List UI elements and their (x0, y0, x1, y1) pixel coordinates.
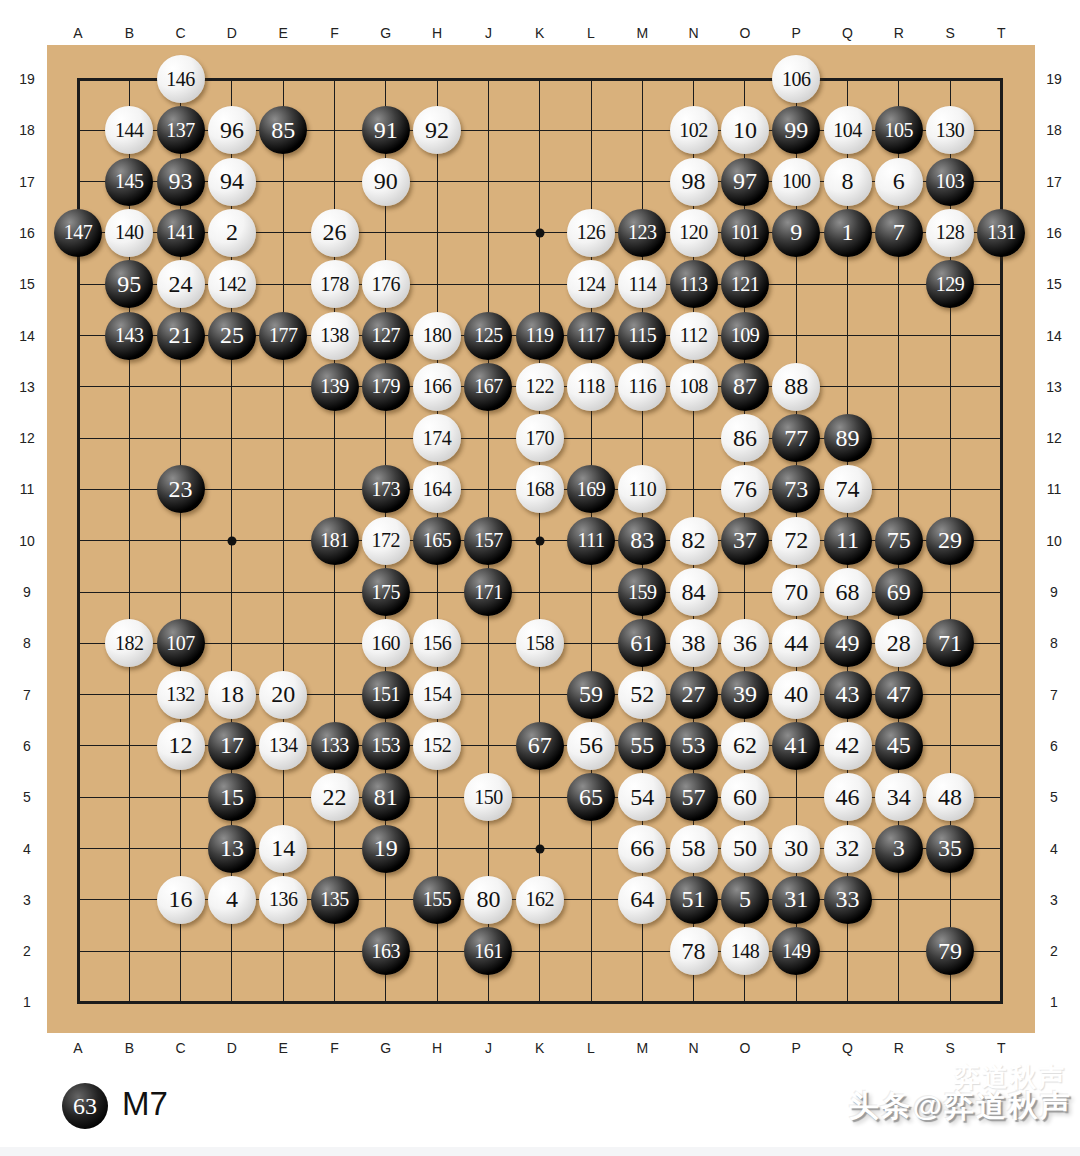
stone-black-L7: 59 (567, 671, 615, 719)
stone-black-S4: 35 (926, 825, 974, 873)
stone-white-L6: 56 (567, 722, 615, 770)
stone-black-L14: 117 (567, 312, 615, 360)
coord-bottom-E: E (279, 1040, 288, 1056)
stone-white-D16: 2 (208, 209, 256, 257)
stone-white-P7: 40 (772, 671, 820, 719)
stone-white-B18: 144 (105, 106, 153, 154)
coord-top-C: C (176, 25, 186, 41)
stone-black-H10: 165 (413, 517, 461, 565)
coord-bottom-R: R (894, 1040, 904, 1056)
stone-white-N4: 58 (670, 825, 718, 873)
stone-black-G6: 153 (362, 722, 410, 770)
stone-white-G10: 172 (362, 517, 410, 565)
stone-black-K6: 67 (516, 722, 564, 770)
stone-white-Q4: 32 (824, 825, 872, 873)
stone-white-K11: 168 (516, 465, 564, 513)
coord-bottom-H: H (432, 1040, 442, 1056)
coord-top-F: F (330, 25, 339, 41)
stone-black-H3: 155 (413, 876, 461, 924)
coord-right-3: 3 (1050, 892, 1058, 908)
stone-black-Q7: 43 (824, 671, 872, 719)
stone-white-M13: 116 (618, 363, 666, 411)
stone-white-R8: 28 (875, 619, 923, 667)
stone-white-L13: 118 (567, 363, 615, 411)
coord-top-R: R (894, 25, 904, 41)
stone-white-P9: 70 (772, 568, 820, 616)
stone-white-O4: 50 (721, 825, 769, 873)
stone-black-S15: 129 (926, 260, 974, 308)
stone-black-O17: 97 (721, 158, 769, 206)
coord-left-7: 7 (23, 687, 31, 703)
stone-black-L5: 65 (567, 773, 615, 821)
star-point-K4 (535, 844, 544, 853)
stone-black-T16: 131 (977, 209, 1025, 257)
stone-white-O18: 10 (721, 106, 769, 154)
coord-bottom-L: L (587, 1040, 595, 1056)
coord-left-19: 19 (19, 71, 35, 87)
stone-black-S10: 29 (926, 517, 974, 565)
stone-black-M10: 83 (618, 517, 666, 565)
stone-black-B15: 95 (105, 260, 153, 308)
stone-white-F16: 26 (311, 209, 359, 257)
stone-black-O14: 109 (721, 312, 769, 360)
stone-white-C19: 146 (157, 55, 205, 103)
stone-black-P2: 149 (772, 927, 820, 975)
stone-black-D4: 13 (208, 825, 256, 873)
stone-black-O15: 121 (721, 260, 769, 308)
stone-white-S18: 130 (926, 106, 974, 154)
stone-white-Q5: 46 (824, 773, 872, 821)
stone-black-Q8: 49 (824, 619, 872, 667)
stone-black-M14: 115 (618, 312, 666, 360)
stone-black-S8: 71 (926, 619, 974, 667)
stone-white-O8: 36 (721, 619, 769, 667)
stone-black-O13: 87 (721, 363, 769, 411)
stone-white-G8: 160 (362, 619, 410, 667)
stone-black-J10: 157 (464, 517, 512, 565)
grid-line-h (77, 951, 1003, 952)
stone-white-O6: 62 (721, 722, 769, 770)
coord-top-P: P (792, 25, 801, 41)
stone-white-O5: 60 (721, 773, 769, 821)
coord-bottom-O: O (739, 1040, 750, 1056)
stone-white-Q9: 68 (824, 568, 872, 616)
coord-top-T: T (997, 25, 1006, 41)
stone-black-E14: 177 (259, 312, 307, 360)
stone-white-J3: 80 (464, 876, 512, 924)
go-board: AABBCCDDEEFFGGHHJJKKLLMMNNOOPPQQRRSSTT19… (0, 0, 1080, 1156)
stone-black-P18: 99 (772, 106, 820, 154)
coord-top-N: N (689, 25, 699, 41)
stone-white-H7: 154 (413, 671, 461, 719)
stone-white-M3: 64 (618, 876, 666, 924)
coord-left-15: 15 (19, 276, 35, 292)
coord-bottom-K: K (535, 1040, 544, 1056)
stone-white-L16: 126 (567, 209, 615, 257)
stone-black-N6: 53 (670, 722, 718, 770)
stone-black-A16: 147 (54, 209, 102, 257)
stone-white-N18: 102 (670, 106, 718, 154)
coord-right-10: 10 (1046, 533, 1062, 549)
stone-black-F13: 139 (311, 363, 359, 411)
stone-white-C3: 16 (157, 876, 205, 924)
coord-left-11: 11 (20, 481, 35, 497)
stone-black-F3: 135 (311, 876, 359, 924)
stone-white-N9: 84 (670, 568, 718, 616)
stone-white-H12: 174 (413, 414, 461, 462)
coord-top-B: B (125, 25, 134, 41)
coord-top-Q: Q (842, 25, 853, 41)
stone-black-J9: 171 (464, 568, 512, 616)
stone-white-K13: 122 (516, 363, 564, 411)
stone-black-C17: 93 (157, 158, 205, 206)
stone-white-Q18: 104 (824, 106, 872, 154)
stone-white-B16: 140 (105, 209, 153, 257)
coord-left-1: 1 (23, 994, 31, 1010)
coord-left-18: 18 (19, 122, 35, 138)
stone-black-G11: 173 (362, 465, 410, 513)
stone-white-E7: 20 (259, 671, 307, 719)
stone-black-S2: 79 (926, 927, 974, 975)
coord-bottom-D: D (227, 1040, 237, 1056)
stone-white-G15: 176 (362, 260, 410, 308)
stone-black-O16: 101 (721, 209, 769, 257)
stone-white-O11: 76 (721, 465, 769, 513)
stone-white-S16: 128 (926, 209, 974, 257)
stone-black-D5: 15 (208, 773, 256, 821)
grid-line-h (77, 1001, 1003, 1004)
stone-white-K8: 158 (516, 619, 564, 667)
stone-black-R10: 75 (875, 517, 923, 565)
coord-left-2: 2 (23, 943, 31, 959)
stone-black-Q10: 11 (824, 517, 872, 565)
coord-bottom-B: B (125, 1040, 134, 1056)
coord-right-8: 8 (1050, 635, 1058, 651)
stone-white-Q11: 74 (824, 465, 872, 513)
coord-bottom-N: N (689, 1040, 699, 1056)
coord-left-5: 5 (23, 789, 31, 805)
coord-top-J: J (485, 25, 492, 41)
stone-black-R16: 7 (875, 209, 923, 257)
stone-white-P4: 30 (772, 825, 820, 873)
coord-bottom-C: C (176, 1040, 186, 1056)
stone-black-L11: 169 (567, 465, 615, 513)
stone-black-P6: 41 (772, 722, 820, 770)
star-point-K10 (535, 536, 544, 545)
stone-black-S17: 103 (926, 158, 974, 206)
stone-white-R5: 34 (875, 773, 923, 821)
coord-bottom-S: S (945, 1040, 954, 1056)
caption-location: M7 (122, 1085, 168, 1123)
coord-top-G: G (380, 25, 391, 41)
stone-white-J5: 150 (464, 773, 512, 821)
coord-left-13: 13 (19, 379, 35, 395)
coord-right-1: 1 (1050, 994, 1058, 1010)
coord-right-18: 18 (1046, 122, 1062, 138)
stone-black-K14: 119 (516, 312, 564, 360)
coord-top-K: K (535, 25, 544, 41)
stone-black-C18: 137 (157, 106, 205, 154)
stone-white-P10: 72 (772, 517, 820, 565)
coord-left-3: 3 (23, 892, 31, 908)
stone-black-N15: 113 (670, 260, 718, 308)
stone-black-G2: 163 (362, 927, 410, 975)
stone-white-H14: 180 (413, 312, 461, 360)
stone-white-N16: 120 (670, 209, 718, 257)
stone-white-C7: 132 (157, 671, 205, 719)
stone-white-G17: 90 (362, 158, 410, 206)
coord-right-14: 14 (1046, 328, 1062, 344)
coord-right-7: 7 (1050, 687, 1058, 703)
stone-white-B8: 182 (105, 619, 153, 667)
stone-black-D14: 25 (208, 312, 256, 360)
stone-white-C15: 24 (157, 260, 205, 308)
stone-white-Q17: 8 (824, 158, 872, 206)
caption-black-stone: 63 (62, 1083, 108, 1129)
stone-white-H13: 166 (413, 363, 461, 411)
stone-black-M16: 123 (618, 209, 666, 257)
stone-white-D7: 18 (208, 671, 256, 719)
stone-black-Q16: 1 (824, 209, 872, 257)
stone-black-G5: 81 (362, 773, 410, 821)
stone-white-C6: 12 (157, 722, 205, 770)
coord-top-S: S (945, 25, 954, 41)
stone-white-M11: 110 (618, 465, 666, 513)
stone-black-Q3: 33 (824, 876, 872, 924)
coord-left-8: 8 (23, 635, 31, 651)
stone-black-G4: 19 (362, 825, 410, 873)
stone-black-G14: 127 (362, 312, 410, 360)
coord-right-19: 19 (1046, 71, 1062, 87)
coord-right-2: 2 (1050, 943, 1058, 959)
stone-white-P8: 44 (772, 619, 820, 667)
stone-white-H11: 164 (413, 465, 461, 513)
stone-white-M4: 66 (618, 825, 666, 873)
footer-strip (0, 1147, 1080, 1156)
coord-left-10: 10 (19, 533, 35, 549)
stone-black-F10: 181 (311, 517, 359, 565)
stone-black-G13: 179 (362, 363, 410, 411)
stone-white-F15: 178 (311, 260, 359, 308)
stone-black-P12: 77 (772, 414, 820, 462)
stone-black-J2: 161 (464, 927, 512, 975)
coord-right-13: 13 (1046, 379, 1062, 395)
stone-black-G7: 151 (362, 671, 410, 719)
stone-white-D17: 94 (208, 158, 256, 206)
coord-bottom-Q: Q (842, 1040, 853, 1056)
stone-black-C16: 141 (157, 209, 205, 257)
stone-white-E4: 14 (259, 825, 307, 873)
stone-black-R9: 69 (875, 568, 923, 616)
coord-bottom-T: T (997, 1040, 1006, 1056)
stone-black-N5: 57 (670, 773, 718, 821)
stone-black-E18: 85 (259, 106, 307, 154)
coord-bottom-P: P (792, 1040, 801, 1056)
stone-white-O12: 86 (721, 414, 769, 462)
coord-right-4: 4 (1050, 841, 1058, 857)
stone-black-P3: 31 (772, 876, 820, 924)
stone-black-P11: 73 (772, 465, 820, 513)
stone-black-O7: 39 (721, 671, 769, 719)
stone-black-J13: 167 (464, 363, 512, 411)
stone-white-E6: 134 (259, 722, 307, 770)
coord-top-M: M (636, 25, 648, 41)
stone-black-G9: 175 (362, 568, 410, 616)
caption-move-number: 63 (73, 1093, 97, 1120)
stone-white-H6: 152 (413, 722, 461, 770)
coord-top-A: A (73, 25, 82, 41)
stone-white-D3: 4 (208, 876, 256, 924)
stone-black-B14: 143 (105, 312, 153, 360)
coord-top-H: H (432, 25, 442, 41)
stone-black-L10: 111 (567, 517, 615, 565)
coord-left-4: 4 (23, 841, 31, 857)
stone-white-P13: 88 (772, 363, 820, 411)
coord-left-16: 16 (19, 225, 35, 241)
coord-right-6: 6 (1050, 738, 1058, 754)
stone-black-R7: 47 (875, 671, 923, 719)
coord-right-16: 16 (1046, 225, 1062, 241)
stone-black-F6: 133 (311, 722, 359, 770)
stone-white-N14: 112 (670, 312, 718, 360)
stone-white-M5: 54 (618, 773, 666, 821)
stone-black-R6: 45 (875, 722, 923, 770)
stone-white-M15: 114 (618, 260, 666, 308)
stone-white-H18: 92 (413, 106, 461, 154)
coord-right-11: 11 (1047, 481, 1062, 497)
stone-white-N2: 78 (670, 927, 718, 975)
stone-black-C11: 23 (157, 465, 205, 513)
coord-top-E: E (279, 25, 288, 41)
coord-left-9: 9 (23, 584, 31, 600)
coord-right-17: 17 (1046, 174, 1062, 190)
coord-bottom-A: A (73, 1040, 82, 1056)
stone-white-F14: 138 (311, 312, 359, 360)
coord-right-9: 9 (1050, 584, 1058, 600)
stone-white-N10: 82 (670, 517, 718, 565)
stone-white-Q6: 42 (824, 722, 872, 770)
stone-black-Q12: 89 (824, 414, 872, 462)
stone-black-P16: 9 (772, 209, 820, 257)
stone-white-H8: 156 (413, 619, 461, 667)
coord-bottom-J: J (485, 1040, 492, 1056)
stone-black-M9: 159 (618, 568, 666, 616)
stone-white-O2: 148 (721, 927, 769, 975)
stone-white-E3: 136 (259, 876, 307, 924)
coord-left-12: 12 (19, 430, 35, 446)
stone-black-C8: 107 (157, 619, 205, 667)
stone-white-S5: 48 (926, 773, 974, 821)
stone-black-M8: 61 (618, 619, 666, 667)
stone-black-O10: 37 (721, 517, 769, 565)
stone-white-N17: 98 (670, 158, 718, 206)
stone-white-M7: 52 (618, 671, 666, 719)
stone-black-G18: 91 (362, 106, 410, 154)
star-point-K16 (535, 228, 544, 237)
coord-bottom-F: F (330, 1040, 339, 1056)
stone-white-K12: 170 (516, 414, 564, 462)
stone-black-N7: 27 (670, 671, 718, 719)
star-point-D10 (227, 536, 236, 545)
stone-white-P17: 100 (772, 158, 820, 206)
stone-white-L15: 124 (567, 260, 615, 308)
stone-white-P19: 106 (772, 55, 820, 103)
stone-black-R4: 3 (875, 825, 923, 873)
stone-black-N3: 51 (670, 876, 718, 924)
stone-white-D15: 142 (208, 260, 256, 308)
coord-right-12: 12 (1046, 430, 1062, 446)
stone-white-K3: 162 (516, 876, 564, 924)
stone-black-C14: 21 (157, 312, 205, 360)
coord-bottom-G: G (380, 1040, 391, 1056)
stone-black-J14: 125 (464, 312, 512, 360)
coord-top-D: D (227, 25, 237, 41)
stone-white-D18: 96 (208, 106, 256, 154)
coord-top-L: L (587, 25, 595, 41)
stone-black-B17: 145 (105, 158, 153, 206)
coord-right-5: 5 (1050, 789, 1058, 805)
stone-black-R18: 105 (875, 106, 923, 154)
watermark: 头条@弈道秋声 (849, 1086, 1072, 1127)
stone-white-F5: 22 (311, 773, 359, 821)
coord-left-6: 6 (23, 738, 31, 754)
stone-white-R17: 6 (875, 158, 923, 206)
stone-black-M6: 55 (618, 722, 666, 770)
stone-black-O3: 5 (721, 876, 769, 924)
coord-top-O: O (739, 25, 750, 41)
coord-left-17: 17 (19, 174, 35, 190)
coord-right-15: 15 (1046, 276, 1062, 292)
coord-bottom-M: M (636, 1040, 648, 1056)
stone-black-D6: 17 (208, 722, 256, 770)
coord-left-14: 14 (19, 328, 35, 344)
stone-white-N8: 38 (670, 619, 718, 667)
stone-white-N13: 108 (670, 363, 718, 411)
